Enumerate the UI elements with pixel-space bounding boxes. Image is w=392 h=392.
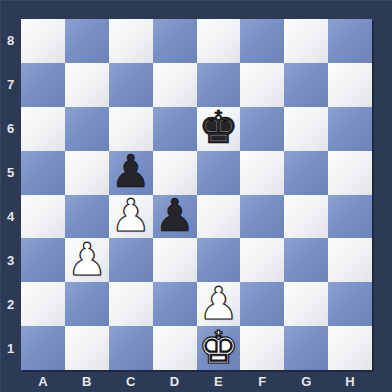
square-d6[interactable]: [153, 107, 197, 151]
file-labels: ABCDEFGH: [21, 370, 372, 392]
square-c2[interactable]: [109, 282, 153, 326]
white-pawn-piece[interactable]: ♟: [67, 238, 107, 281]
square-h7[interactable]: [328, 63, 372, 107]
file-label-d: D: [153, 370, 197, 392]
square-c5[interactable]: ♟: [109, 151, 153, 195]
rank-label-4: 4: [0, 195, 21, 239]
chessboard-frame: 87654321 ABCDEFGH ♚♟♟♟♟♟♚: [0, 0, 392, 392]
square-g7[interactable]: [284, 63, 328, 107]
square-f8[interactable]: [240, 19, 284, 63]
square-d4[interactable]: ♟: [153, 195, 197, 239]
square-f5[interactable]: [240, 151, 284, 195]
square-c4[interactable]: ♟: [109, 195, 153, 239]
square-e2[interactable]: ♟: [197, 282, 241, 326]
file-label-c: C: [109, 370, 153, 392]
square-d3[interactable]: [153, 238, 197, 282]
square-b1[interactable]: [65, 326, 109, 370]
square-b2[interactable]: [65, 282, 109, 326]
square-b8[interactable]: [65, 19, 109, 63]
square-g4[interactable]: [284, 195, 328, 239]
square-e1[interactable]: ♚: [197, 326, 241, 370]
square-h1[interactable]: [328, 326, 372, 370]
square-b4[interactable]: [65, 195, 109, 239]
square-g2[interactable]: [284, 282, 328, 326]
chessboard: ♚♟♟♟♟♟♚: [21, 19, 372, 370]
square-d1[interactable]: [153, 326, 197, 370]
white-pawn-piece[interactable]: ♟: [198, 282, 238, 325]
square-g6[interactable]: [284, 107, 328, 151]
square-h5[interactable]: [328, 151, 372, 195]
square-c3[interactable]: [109, 238, 153, 282]
square-a1[interactable]: [21, 326, 65, 370]
square-c1[interactable]: [109, 326, 153, 370]
square-d5[interactable]: [153, 151, 197, 195]
square-c6[interactable]: [109, 107, 153, 151]
square-a6[interactable]: [21, 107, 65, 151]
square-f2[interactable]: [240, 282, 284, 326]
square-e5[interactable]: [197, 151, 241, 195]
square-a8[interactable]: [21, 19, 65, 63]
rank-label-8: 8: [0, 19, 21, 63]
square-g5[interactable]: [284, 151, 328, 195]
square-g3[interactable]: [284, 238, 328, 282]
square-b7[interactable]: [65, 63, 109, 107]
black-pawn-piece[interactable]: ♟: [154, 194, 194, 237]
file-label-h: H: [328, 370, 372, 392]
square-d8[interactable]: [153, 19, 197, 63]
square-d2[interactable]: [153, 282, 197, 326]
square-h3[interactable]: [328, 238, 372, 282]
square-f6[interactable]: [240, 107, 284, 151]
file-label-a: A: [21, 370, 65, 392]
square-e8[interactable]: [197, 19, 241, 63]
white-king-piece[interactable]: ♚: [198, 326, 238, 369]
square-f1[interactable]: [240, 326, 284, 370]
black-king-piece[interactable]: ♚: [198, 106, 238, 149]
square-a2[interactable]: [21, 282, 65, 326]
rank-label-2: 2: [0, 282, 21, 326]
rank-label-5: 5: [0, 151, 21, 195]
square-b6[interactable]: [65, 107, 109, 151]
rank-label-1: 1: [0, 326, 21, 370]
square-c7[interactable]: [109, 63, 153, 107]
square-e3[interactable]: [197, 238, 241, 282]
black-pawn-piece[interactable]: ♟: [111, 150, 151, 193]
white-pawn-piece[interactable]: ♟: [111, 194, 151, 237]
square-f7[interactable]: [240, 63, 284, 107]
square-a3[interactable]: [21, 238, 65, 282]
file-label-g: G: [284, 370, 328, 392]
rank-labels: 87654321: [0, 19, 21, 370]
square-g1[interactable]: [284, 326, 328, 370]
square-h2[interactable]: [328, 282, 372, 326]
square-a5[interactable]: [21, 151, 65, 195]
square-b5[interactable]: [65, 151, 109, 195]
square-a4[interactable]: [21, 195, 65, 239]
file-label-f: F: [240, 370, 284, 392]
square-a7[interactable]: [21, 63, 65, 107]
square-h4[interactable]: [328, 195, 372, 239]
square-b3[interactable]: ♟: [65, 238, 109, 282]
square-e4[interactable]: [197, 195, 241, 239]
square-e7[interactable]: [197, 63, 241, 107]
square-e6[interactable]: ♚: [197, 107, 241, 151]
square-d7[interactable]: [153, 63, 197, 107]
rank-label-3: 3: [0, 238, 21, 282]
file-label-b: B: [65, 370, 109, 392]
square-f3[interactable]: [240, 238, 284, 282]
rank-label-7: 7: [0, 63, 21, 107]
square-f4[interactable]: [240, 195, 284, 239]
square-h8[interactable]: [328, 19, 372, 63]
square-h6[interactable]: [328, 107, 372, 151]
square-g8[interactable]: [284, 19, 328, 63]
rank-label-6: 6: [0, 107, 21, 151]
square-c8[interactable]: [109, 19, 153, 63]
